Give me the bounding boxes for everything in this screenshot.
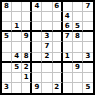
sudoku-cell-empty-r2c6[interactable] <box>53 12 63 22</box>
sudoku-cell-empty-r9c3[interactable] <box>22 83 32 93</box>
sudoku-cell-empty-r5c3[interactable] <box>22 42 32 52</box>
sudoku-cell-empty-r6c4[interactable] <box>32 53 42 63</box>
sudoku-cell-empty-r1c5[interactable] <box>42 2 52 12</box>
sudoku-cell-empty-r8c2[interactable] <box>12 73 22 83</box>
sudoku-cell-empty-r8c9[interactable] <box>83 73 93 83</box>
sudoku-cell-empty-r2c9[interactable] <box>83 12 93 22</box>
sudoku-cell-empty-r2c2[interactable] <box>12 12 22 22</box>
sudoku-cell-given-r4c8: 8 <box>73 32 83 42</box>
sudoku-cell-empty-r7c7[interactable] <box>63 63 73 73</box>
sudoku-cell-empty-r2c5[interactable] <box>42 12 52 22</box>
sudoku-cell-empty-r7c4[interactable] <box>32 63 42 73</box>
sudoku-board: 846741655937874821352913925 <box>0 0 95 95</box>
sudoku-cell-empty-r3c6[interactable] <box>53 22 63 32</box>
sudoku-cell-empty-r5c2[interactable] <box>12 42 22 52</box>
sudoku-cell-empty-r1c2[interactable] <box>12 2 22 12</box>
sudoku-cell-empty-r8c5[interactable] <box>42 73 52 83</box>
sudoku-cell-empty-r5c8[interactable] <box>73 42 83 52</box>
sudoku-cell-given-r4c7: 7 <box>63 32 73 42</box>
sudoku-cell-empty-r9c8[interactable] <box>73 83 83 93</box>
sudoku-cell-empty-r4c9[interactable] <box>83 32 93 42</box>
sudoku-cell-given-r7c3: 2 <box>22 63 32 73</box>
sudoku-cell-given-r4c3: 9 <box>22 32 32 42</box>
sudoku-cell-given-r4c1: 5 <box>2 32 12 42</box>
sudoku-cell-given-r3c7: 6 <box>63 22 73 32</box>
sudoku-cell-given-r6c2: 4 <box>12 53 22 63</box>
sudoku-cell-given-r8c3: 1 <box>22 73 32 83</box>
sudoku-cell-empty-r1c8[interactable] <box>73 2 83 12</box>
sudoku-cell-given-r4c5: 3 <box>42 32 52 42</box>
sudoku-cell-empty-r4c2[interactable] <box>12 32 22 42</box>
sudoku-cell-given-r9c6: 2 <box>53 83 63 93</box>
sudoku-cell-given-r6c7: 1 <box>63 53 73 63</box>
sudoku-cell-given-r9c1: 3 <box>2 83 12 93</box>
sudoku-cell-empty-r3c5[interactable] <box>42 22 52 32</box>
sudoku-cell-empty-r3c3[interactable] <box>22 22 32 32</box>
sudoku-cell-empty-r6c8[interactable] <box>73 53 83 63</box>
sudoku-cell-given-r9c4: 9 <box>32 83 42 93</box>
sudoku-cell-empty-r9c2[interactable] <box>12 83 22 93</box>
sudoku-cell-given-r6c5: 2 <box>42 53 52 63</box>
sudoku-cell-given-r3c8: 5 <box>73 22 83 32</box>
sudoku-cell-given-r1c9: 7 <box>83 2 93 12</box>
sudoku-cell-given-r1c4: 4 <box>32 2 42 12</box>
sudoku-cell-empty-r8c4[interactable] <box>32 73 42 83</box>
sudoku-cell-given-r1c1: 8 <box>2 2 12 12</box>
sudoku-cell-given-r1c6: 6 <box>53 2 63 12</box>
sudoku-cell-empty-r5c6[interactable] <box>53 42 63 52</box>
sudoku-cell-empty-r5c1[interactable] <box>2 42 12 52</box>
sudoku-cell-empty-r3c9[interactable] <box>83 22 93 32</box>
sudoku-cell-given-r2c7: 4 <box>63 12 73 22</box>
sudoku-cell-empty-r2c8[interactable] <box>73 12 83 22</box>
sudoku-cell-empty-r7c5[interactable] <box>42 63 52 73</box>
sudoku-cell-given-r5c5: 7 <box>42 42 52 52</box>
sudoku-cell-given-r7c2: 5 <box>12 63 22 73</box>
sudoku-cell-given-r7c8: 9 <box>73 63 83 73</box>
sudoku-cell-empty-r1c3[interactable] <box>22 2 32 12</box>
sudoku-cell-empty-r8c6[interactable] <box>53 73 63 83</box>
sudoku-cell-given-r6c3: 8 <box>22 53 32 63</box>
sudoku-cell-given-r3c2: 1 <box>12 22 22 32</box>
sudoku-cell-empty-r5c9[interactable] <box>83 42 93 52</box>
sudoku-cell-empty-r4c6[interactable] <box>53 32 63 42</box>
sudoku-cell-empty-r9c5[interactable] <box>42 83 52 93</box>
sudoku-cell-empty-r9c7[interactable] <box>63 83 73 93</box>
sudoku-cell-empty-r5c4[interactable] <box>32 42 42 52</box>
sudoku-cell-empty-r7c9[interactable] <box>83 63 93 73</box>
sudoku-cell-empty-r7c6[interactable] <box>53 63 63 73</box>
sudoku-cell-empty-r8c8[interactable] <box>73 73 83 83</box>
sudoku-cell-empty-r2c4[interactable] <box>32 12 42 22</box>
sudoku-cell-given-r9c9: 5 <box>83 83 93 93</box>
sudoku-cell-empty-r8c1[interactable] <box>2 73 12 83</box>
sudoku-cell-empty-r5c7[interactable] <box>63 42 73 52</box>
sudoku-cell-empty-r1c7[interactable] <box>63 2 73 12</box>
sudoku-cell-empty-r6c6[interactable] <box>53 53 63 63</box>
sudoku-cell-empty-r8c7[interactable] <box>63 73 73 83</box>
sudoku-cell-empty-r7c1[interactable] <box>2 63 12 73</box>
sudoku-cell-empty-r2c3[interactable] <box>22 12 32 22</box>
sudoku-cell-empty-r6c1[interactable] <box>2 53 12 63</box>
sudoku-cell-given-r6c9: 3 <box>83 53 93 63</box>
sudoku-cell-empty-r3c1[interactable] <box>2 22 12 32</box>
sudoku-cell-empty-r2c1[interactable] <box>2 12 12 22</box>
sudoku-cell-empty-r3c4[interactable] <box>32 22 42 32</box>
sudoku-cell-empty-r4c4[interactable] <box>32 32 42 42</box>
